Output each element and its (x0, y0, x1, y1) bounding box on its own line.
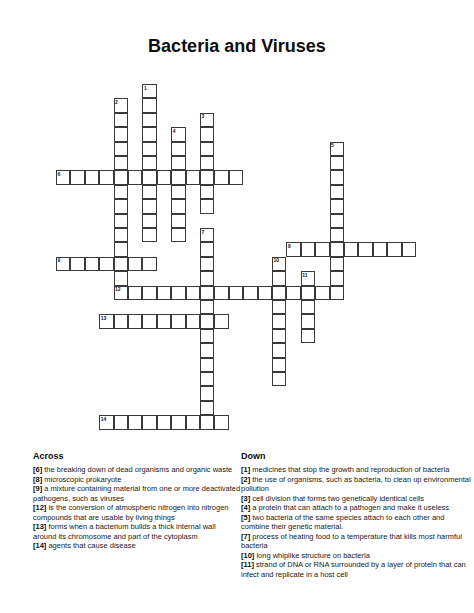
clue-item: [10] long whiplike structure on bacteria (241, 551, 471, 561)
grid-cell[interactable] (99, 415, 113, 429)
grid-cell[interactable] (214, 314, 228, 328)
grid-cell[interactable] (114, 415, 128, 429)
grid-cell[interactable] (330, 214, 344, 228)
grid-cell[interactable] (142, 257, 156, 271)
clue-item: [4] a protein that can attach to a patho… (241, 503, 471, 513)
grid-cell[interactable] (114, 142, 128, 156)
grid-cell[interactable] (214, 286, 228, 300)
grid-cell[interactable] (330, 286, 344, 300)
grid-cell[interactable] (142, 127, 156, 141)
grid-cell[interactable] (142, 185, 156, 199)
grid-cell[interactable] (200, 142, 214, 156)
grid-cell[interactable] (315, 242, 329, 256)
grid-cell[interactable] (373, 242, 387, 256)
grid-cell[interactable] (186, 314, 200, 328)
clue-item: [7] process of heating food to a tempera… (241, 532, 471, 551)
grid-cell[interactable] (200, 386, 214, 400)
grid-cell[interactable] (171, 142, 185, 156)
clue-number: [1] (241, 465, 250, 474)
grid-cell[interactable] (330, 271, 344, 285)
down-header: Down (241, 451, 471, 461)
grid-cell[interactable] (272, 286, 286, 300)
clue-number: [9] (33, 484, 42, 493)
grid-cell[interactable] (301, 314, 315, 328)
grid-cell[interactable] (272, 271, 286, 285)
grid-cell[interactable] (142, 415, 156, 429)
down-clue-list: [1] medicines that stop the growth and r… (241, 465, 471, 579)
grid-cell[interactable] (214, 170, 228, 184)
grid-cell[interactable] (114, 228, 128, 242)
grid-cell[interactable] (171, 228, 185, 242)
grid-cell[interactable] (229, 170, 243, 184)
grid-cell[interactable] (272, 257, 286, 271)
grid-cell[interactable] (114, 98, 128, 112)
grid-cell[interactable] (330, 228, 344, 242)
clue-number: [2] (241, 475, 250, 484)
clue-item: [6] the breaking down of dead organisms … (33, 465, 241, 475)
grid-cell[interactable] (142, 84, 156, 98)
grid-cell[interactable] (200, 199, 214, 213)
grid-cell[interactable] (200, 329, 214, 343)
grid-cell[interactable] (330, 156, 344, 170)
clue-item: [12] is the conversion of atmospheric ni… (33, 503, 241, 522)
clue-item: [1] medicines that stop the growth and r… (241, 465, 471, 475)
grid-cell[interactable] (272, 329, 286, 343)
grid-cell[interactable] (114, 127, 128, 141)
grid-cell[interactable] (114, 156, 128, 170)
clue-number: [12] (33, 503, 46, 512)
grid-cell[interactable] (387, 242, 401, 256)
grid-cell[interactable] (272, 358, 286, 372)
grid-cell[interactable] (301, 300, 315, 314)
grid-cell[interactable] (128, 415, 142, 429)
grid-cell[interactable] (200, 113, 214, 127)
grid-cell[interactable] (114, 257, 128, 271)
grid-cell[interactable] (200, 185, 214, 199)
grid-cell[interactable] (128, 257, 142, 271)
grid-cell[interactable] (171, 314, 185, 328)
grid-cell[interactable] (315, 286, 329, 300)
grid-cell[interactable] (114, 113, 128, 127)
grid-cell[interactable] (200, 242, 214, 256)
clue-number: [10] (241, 551, 254, 560)
grid-cell[interactable] (272, 343, 286, 357)
grid-cell[interactable] (330, 185, 344, 199)
grid-cell[interactable] (301, 271, 315, 285)
grid-cell[interactable] (171, 415, 185, 429)
grid-cell[interactable] (200, 228, 214, 242)
grid-cell[interactable] (330, 142, 344, 156)
grid-cell[interactable] (128, 314, 142, 328)
grid-cell[interactable] (157, 415, 171, 429)
grid-cell[interactable] (142, 170, 156, 184)
grid-cell[interactable] (171, 286, 185, 300)
grid-cell[interactable] (186, 170, 200, 184)
clue-number: [14] (33, 541, 46, 550)
grid-cell[interactable] (114, 170, 128, 184)
grid-cell[interactable] (186, 286, 200, 300)
grid-cell[interactable] (114, 199, 128, 213)
clue-number: [7] (241, 532, 250, 541)
grid-cell[interactable] (200, 127, 214, 141)
down-clues-column: Down [1] medicines that stop the growth … (241, 451, 471, 579)
grid-cell[interactable] (171, 127, 185, 141)
grid-cell[interactable] (99, 170, 113, 184)
grid-cell[interactable] (99, 257, 113, 271)
grid-cell[interactable] (114, 185, 128, 199)
grid-cell[interactable] (301, 286, 315, 300)
grid-cell[interactable] (99, 314, 113, 328)
grid-cell[interactable] (286, 242, 300, 256)
clue-number: [4] (241, 503, 250, 512)
clue-number: [5] (241, 513, 250, 522)
grid-cell[interactable] (200, 358, 214, 372)
grid-cell[interactable] (286, 286, 300, 300)
grid-cell[interactable] (142, 142, 156, 156)
grid-cell[interactable] (142, 113, 156, 127)
clue-item: [3] cell division that forms two genetic… (241, 494, 471, 504)
grid-cell[interactable] (200, 286, 214, 300)
grid-cell[interactable] (142, 199, 156, 213)
grid-cell[interactable] (200, 300, 214, 314)
grid-cell[interactable] (114, 286, 128, 300)
clue-item: [11] strand of DNA or RNA surrounded by … (241, 560, 471, 579)
clue-item: [5] two bacteria of the same species att… (241, 513, 471, 532)
grid-cell[interactable] (301, 329, 315, 343)
grid-cell[interactable] (157, 170, 171, 184)
grid-cell[interactable] (157, 286, 171, 300)
clue-item: [9] a mixture containing material from o… (33, 484, 241, 503)
across-clue-list: [6] the breaking down of dead organisms … (33, 465, 241, 551)
grid-cell[interactable] (70, 257, 84, 271)
grid-cell[interactable] (142, 156, 156, 170)
grid-cell[interactable] (330, 257, 344, 271)
clue-number: [6] (33, 465, 42, 474)
clue-item: [13] forms when a bacterium builds a thi… (33, 522, 241, 541)
grid-cell[interactable] (243, 286, 257, 300)
grid-cell[interactable] (142, 314, 156, 328)
grid-cell[interactable] (85, 170, 99, 184)
grid-cell[interactable] (200, 415, 214, 429)
grid-cell[interactable] (200, 271, 214, 285)
grid-cell[interactable] (85, 257, 99, 271)
grid-cell[interactable] (272, 314, 286, 328)
grid-cell[interactable] (142, 228, 156, 242)
crossword-grid: 1234567891011121314 (56, 84, 417, 431)
clue-item: [14] agents that cause disease (33, 541, 241, 551)
grid-cell[interactable] (200, 156, 214, 170)
grid-cell[interactable] (214, 415, 228, 429)
grid-cell[interactable] (142, 286, 156, 300)
grid-cell[interactable] (272, 300, 286, 314)
grid-cell[interactable] (344, 242, 358, 256)
grid-cell[interactable] (200, 170, 214, 184)
grid-cell[interactable] (200, 257, 214, 271)
grid-cell[interactable] (114, 271, 128, 285)
grid-cell[interactable] (114, 314, 128, 328)
grid-cell[interactable] (229, 286, 243, 300)
puzzle-title: Bacteria and Viruses (0, 36, 474, 57)
grid-cell[interactable] (114, 214, 128, 228)
grid-cell[interactable] (171, 199, 185, 213)
grid-cell[interactable] (142, 214, 156, 228)
grid-cell[interactable] (330, 199, 344, 213)
grid-cell[interactable] (258, 286, 272, 300)
grid-cell[interactable] (200, 343, 214, 357)
grid-cell[interactable] (186, 415, 200, 429)
grid-cell[interactable] (171, 214, 185, 228)
grid-cell[interactable] (301, 242, 315, 256)
grid-cell[interactable] (56, 257, 70, 271)
clue-item: [2] the use of organisms, such as bacter… (241, 475, 471, 494)
clue-number: [8] (33, 475, 42, 484)
grid-cell[interactable] (200, 314, 214, 328)
grid-cell[interactable] (330, 242, 344, 256)
grid-cell[interactable] (171, 156, 185, 170)
grid-cell[interactable] (358, 242, 372, 256)
grid-cell[interactable] (70, 170, 84, 184)
grid-cell[interactable] (171, 170, 185, 184)
clue-number: [13] (33, 522, 46, 531)
clue-number: [3] (241, 494, 250, 503)
grid-cell[interactable] (128, 170, 142, 184)
grid-cell[interactable] (200, 372, 214, 386)
grid-cell[interactable] (272, 372, 286, 386)
grid-cell[interactable] (114, 242, 128, 256)
grid-cell[interactable] (171, 185, 185, 199)
grid-cell[interactable] (142, 98, 156, 112)
across-header: Across (33, 451, 241, 461)
clue-item: [8] microscopic prokaryote (33, 475, 241, 485)
grid-cell[interactable] (56, 170, 70, 184)
grid-cell[interactable] (402, 242, 416, 256)
grid-cell[interactable] (330, 170, 344, 184)
across-clues-column: Across [6] the breaking down of dead org… (33, 451, 241, 551)
grid-cell[interactable] (200, 401, 214, 415)
grid-cell[interactable] (157, 314, 171, 328)
clue-number: [11] (241, 560, 254, 569)
grid-cell[interactable] (128, 286, 142, 300)
